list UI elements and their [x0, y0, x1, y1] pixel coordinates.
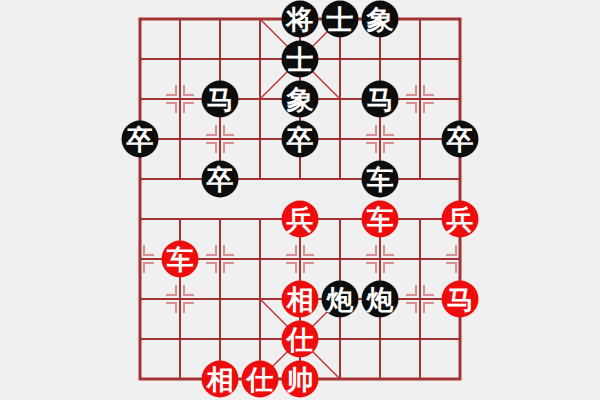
point-f3-r1[interactable]: [240, 39, 280, 79]
point-f1-r3[interactable]: [160, 119, 200, 159]
piece-black-soldier[interactable]: 卒: [122, 121, 159, 158]
point-f8-r2[interactable]: [440, 79, 480, 119]
point-f3-r5[interactable]: [240, 199, 280, 239]
point-f1-r9[interactable]: [160, 359, 200, 399]
point-f4-r0[interactable]: 将: [280, 0, 320, 39]
point-f1-r7[interactable]: [160, 279, 200, 319]
piece-black-elephant[interactable]: 象: [282, 81, 319, 118]
point-f7-r6[interactable]: [400, 239, 440, 279]
point-f0-r9[interactable]: [120, 359, 160, 399]
point-f3-r4[interactable]: [240, 159, 280, 199]
point-f1-r1[interactable]: [160, 39, 200, 79]
point-f6-r3[interactable]: [360, 119, 400, 159]
point-f6-r6[interactable]: [360, 239, 400, 279]
piece-red-soldier[interactable]: 兵: [442, 201, 479, 238]
point-f5-r3[interactable]: [320, 119, 360, 159]
point-f5-r6[interactable]: [320, 239, 360, 279]
piece-red-elephant[interactable]: 相: [202, 361, 239, 398]
point-f8-r1[interactable]: [440, 39, 480, 79]
point-f0-r5[interactable]: [120, 199, 160, 239]
point-f2-r2[interactable]: 马: [200, 79, 240, 119]
point-f2-r4[interactable]: 卒: [200, 159, 240, 199]
point-f6-r4[interactable]: 车: [360, 159, 400, 199]
point-f4-r6[interactable]: [280, 239, 320, 279]
piece-black-general[interactable]: 将: [282, 1, 319, 38]
point-f1-r8[interactable]: [160, 319, 200, 359]
point-f5-r1[interactable]: [320, 39, 360, 79]
point-f4-r7[interactable]: 相: [280, 279, 320, 319]
piece-red-general[interactable]: 帅: [282, 361, 319, 398]
point-f1-r5[interactable]: [160, 199, 200, 239]
point-f8-r7[interactable]: 马: [440, 279, 480, 319]
point-f5-r5[interactable]: [320, 199, 360, 239]
point-f8-r6[interactable]: [440, 239, 480, 279]
point-f5-r4[interactable]: [320, 159, 360, 199]
point-f1-r4[interactable]: [160, 159, 200, 199]
point-f7-r0[interactable]: [400, 0, 440, 39]
piece-black-horse[interactable]: 马: [202, 81, 239, 118]
piece-black-advisor[interactable]: 士: [322, 1, 359, 38]
point-f3-r6[interactable]: [240, 239, 280, 279]
point-f2-r6[interactable]: [200, 239, 240, 279]
point-f3-r8[interactable]: [240, 319, 280, 359]
piece-red-advisor[interactable]: 仕: [242, 361, 279, 398]
piece-black-soldier[interactable]: 卒: [282, 121, 319, 158]
point-f2-r8[interactable]: [200, 319, 240, 359]
piece-black-soldier[interactable]: 卒: [442, 121, 479, 158]
point-f7-r2[interactable]: [400, 79, 440, 119]
piece-red-soldier[interactable]: 兵: [282, 201, 319, 238]
point-f7-r8[interactable]: [400, 319, 440, 359]
point-f7-r9[interactable]: [400, 359, 440, 399]
point-f0-r0[interactable]: [120, 0, 160, 39]
point-f8-r9[interactable]: [440, 359, 480, 399]
piece-black-cannon[interactable]: 炮: [322, 281, 359, 318]
point-f8-r5[interactable]: 兵: [440, 199, 480, 239]
point-f0-r8[interactable]: [120, 319, 160, 359]
point-f4-r1[interactable]: 士: [280, 39, 320, 79]
point-f3-r7[interactable]: [240, 279, 280, 319]
point-f5-r9[interactable]: [320, 359, 360, 399]
point-f5-r8[interactable]: [320, 319, 360, 359]
point-f6-r0[interactable]: 象: [360, 0, 400, 39]
piece-black-advisor[interactable]: 士: [282, 41, 319, 78]
point-f8-r3[interactable]: 卒: [440, 119, 480, 159]
point-f3-r0[interactable]: [240, 0, 280, 39]
point-f1-r0[interactable]: [160, 0, 200, 39]
point-f6-r5[interactable]: 车: [360, 199, 400, 239]
point-f6-r9[interactable]: [360, 359, 400, 399]
point-f6-r7[interactable]: 炮: [360, 279, 400, 319]
point-f0-r7[interactable]: [120, 279, 160, 319]
xiangqi-app: 将士象士马象马卒卒卒卒车兵车兵车相炮炮马仕相仕帅: [0, 0, 600, 400]
piece-red-chariot[interactable]: 车: [362, 201, 399, 238]
point-f1-r6[interactable]: 车: [160, 239, 200, 279]
point-f6-r2[interactable]: 马: [360, 79, 400, 119]
point-f3-r3[interactable]: [240, 119, 280, 159]
point-f4-r4[interactable]: [280, 159, 320, 199]
point-f4-r5[interactable]: 兵: [280, 199, 320, 239]
point-f7-r3[interactable]: [400, 119, 440, 159]
point-f2-r0[interactable]: [200, 0, 240, 39]
piece-black-soldier[interactable]: 卒: [202, 161, 239, 198]
point-f8-r8[interactable]: [440, 319, 480, 359]
point-f1-r2[interactable]: [160, 79, 200, 119]
point-f7-r7[interactable]: [400, 279, 440, 319]
point-f2-r7[interactable]: [200, 279, 240, 319]
point-f4-r9[interactable]: 帅: [280, 359, 320, 399]
piece-red-chariot[interactable]: 车: [162, 241, 199, 278]
point-f2-r1[interactable]: [200, 39, 240, 79]
point-f2-r5[interactable]: [200, 199, 240, 239]
point-f4-r3[interactable]: 卒: [280, 119, 320, 159]
piece-red-elephant[interactable]: 相: [282, 281, 319, 318]
point-f0-r1[interactable]: [120, 39, 160, 79]
point-f3-r2[interactable]: [240, 79, 280, 119]
point-f4-r8[interactable]: 仕: [280, 319, 320, 359]
piece-black-chariot[interactable]: 车: [362, 161, 399, 198]
point-f7-r1[interactable]: [400, 39, 440, 79]
point-f8-r4[interactable]: [440, 159, 480, 199]
point-f8-r0[interactable]: [440, 0, 480, 39]
point-f2-r3[interactable]: [200, 119, 240, 159]
point-f2-r9[interactable]: 相: [200, 359, 240, 399]
point-f3-r9[interactable]: 仕: [240, 359, 280, 399]
point-f7-r4[interactable]: [400, 159, 440, 199]
point-f7-r5[interactable]: [400, 199, 440, 239]
point-f0-r2[interactable]: [120, 79, 160, 119]
point-f5-r7[interactable]: 炮: [320, 279, 360, 319]
point-f5-r2[interactable]: [320, 79, 360, 119]
point-f5-r0[interactable]: 士: [320, 0, 360, 39]
xiangqi-board: 将士象士马象马卒卒卒卒车兵车兵车相炮炮马仕相仕帅: [120, 0, 480, 399]
piece-black-horse[interactable]: 马: [362, 81, 399, 118]
piece-red-advisor[interactable]: 仕: [282, 321, 319, 358]
piece-black-elephant[interactable]: 象: [362, 1, 399, 38]
point-f6-r8[interactable]: [360, 319, 400, 359]
point-f0-r3[interactable]: 卒: [120, 119, 160, 159]
piece-black-cannon[interactable]: 炮: [362, 281, 399, 318]
point-f0-r4[interactable]: [120, 159, 160, 199]
piece-red-horse[interactable]: 马: [442, 281, 479, 318]
point-f4-r2[interactable]: 象: [280, 79, 320, 119]
point-f6-r1[interactable]: [360, 39, 400, 79]
point-f0-r6[interactable]: [120, 239, 160, 279]
